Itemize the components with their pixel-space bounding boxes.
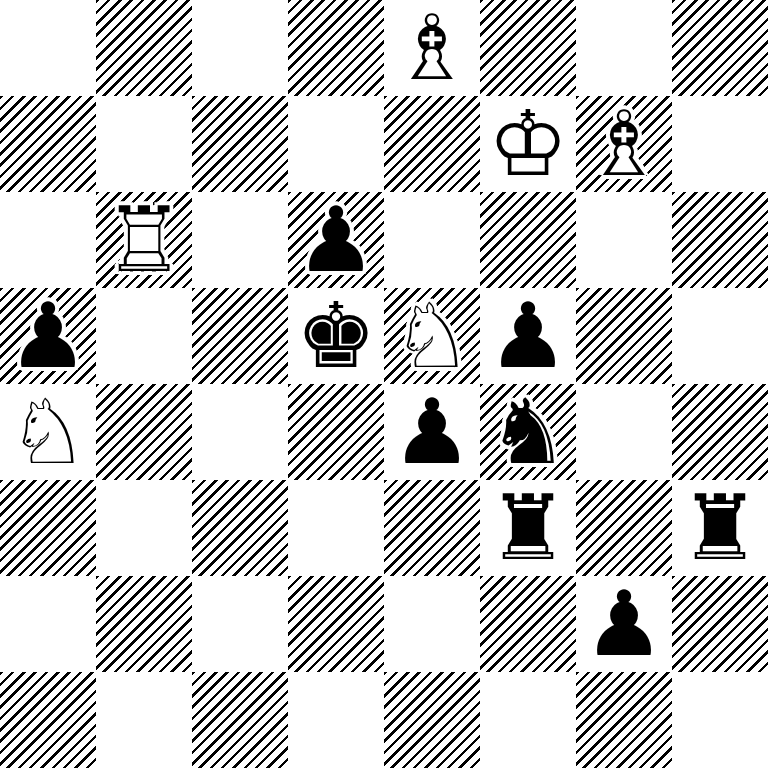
- square-h6[interactable]: [672, 192, 768, 288]
- square-e6[interactable]: [384, 192, 480, 288]
- square-e1[interactable]: [384, 672, 480, 768]
- piece-white-bishop: ♝♗: [384, 0, 480, 96]
- square-g1[interactable]: [576, 672, 672, 768]
- square-c3[interactable]: [192, 480, 288, 576]
- square-f3[interactable]: ♜: [480, 480, 576, 576]
- square-c1[interactable]: [192, 672, 288, 768]
- piece-black-pawn: ♟: [576, 576, 672, 672]
- piece-black-knight: ♞: [480, 384, 576, 480]
- square-b8[interactable]: [96, 0, 192, 96]
- square-d7[interactable]: [288, 96, 384, 192]
- square-f8[interactable]: [480, 0, 576, 96]
- square-b2[interactable]: [96, 576, 192, 672]
- square-h7[interactable]: [672, 96, 768, 192]
- white-knight-outline: ♘: [384, 288, 480, 384]
- piece-black-pawn: ♟: [288, 192, 384, 288]
- white-bishop-outline: ♗: [384, 0, 480, 96]
- square-a7[interactable]: [0, 96, 96, 192]
- square-b7[interactable]: [96, 96, 192, 192]
- square-c6[interactable]: [192, 192, 288, 288]
- square-f6[interactable]: [480, 192, 576, 288]
- black-knight-glyph: ♞: [480, 384, 576, 480]
- square-f1[interactable]: [480, 672, 576, 768]
- piece-white-knight: ♞♘: [384, 288, 480, 384]
- square-e5[interactable]: ♞♘: [384, 288, 480, 384]
- white-knight-outline: ♘: [0, 384, 96, 480]
- square-e8[interactable]: ♝♗: [384, 0, 480, 96]
- square-d2[interactable]: [288, 576, 384, 672]
- square-g6[interactable]: [576, 192, 672, 288]
- square-h2[interactable]: [672, 576, 768, 672]
- piece-black-king: ♚: [288, 288, 384, 384]
- square-f7[interactable]: ♚♔: [480, 96, 576, 192]
- chess-board: ♝♗♚♔♝♗♜♖♟♟♚♞♘♟♞♘♟♞♜♜♟: [0, 0, 768, 768]
- black-pawn-glyph: ♟: [288, 192, 384, 288]
- square-c4[interactable]: [192, 384, 288, 480]
- square-h5[interactable]: [672, 288, 768, 384]
- square-f2[interactable]: [480, 576, 576, 672]
- square-e3[interactable]: [384, 480, 480, 576]
- square-a4[interactable]: ♞♘: [0, 384, 96, 480]
- piece-black-pawn: ♟: [0, 288, 96, 384]
- square-a2[interactable]: [0, 576, 96, 672]
- square-g7[interactable]: ♝♗: [576, 96, 672, 192]
- square-c5[interactable]: [192, 288, 288, 384]
- black-pawn-glyph: ♟: [480, 288, 576, 384]
- square-e2[interactable]: [384, 576, 480, 672]
- square-d6[interactable]: ♟: [288, 192, 384, 288]
- square-g2[interactable]: ♟: [576, 576, 672, 672]
- square-a5[interactable]: ♟: [0, 288, 96, 384]
- square-d3[interactable]: [288, 480, 384, 576]
- square-b5[interactable]: [96, 288, 192, 384]
- piece-black-rook: ♜: [480, 480, 576, 576]
- square-g8[interactable]: [576, 0, 672, 96]
- piece-white-knight: ♞♘: [0, 384, 96, 480]
- square-a6[interactable]: [0, 192, 96, 288]
- piece-white-rook: ♜♖: [96, 192, 192, 288]
- white-bishop-outline: ♗: [576, 96, 672, 192]
- square-d4[interactable]: [288, 384, 384, 480]
- square-f5[interactable]: ♟: [480, 288, 576, 384]
- square-h3[interactable]: ♜: [672, 480, 768, 576]
- square-e7[interactable]: [384, 96, 480, 192]
- square-c8[interactable]: [192, 0, 288, 96]
- square-f4[interactable]: ♞: [480, 384, 576, 480]
- square-a8[interactable]: [0, 0, 96, 96]
- piece-black-rook: ♜: [672, 480, 768, 576]
- square-d1[interactable]: [288, 672, 384, 768]
- square-a1[interactable]: [0, 672, 96, 768]
- square-e4[interactable]: ♟: [384, 384, 480, 480]
- white-rook-outline: ♖: [96, 192, 192, 288]
- square-h4[interactable]: [672, 384, 768, 480]
- square-c2[interactable]: [192, 576, 288, 672]
- black-pawn-glyph: ♟: [384, 384, 480, 480]
- black-pawn-glyph: ♟: [0, 288, 96, 384]
- piece-white-bishop: ♝♗: [576, 96, 672, 192]
- square-b3[interactable]: [96, 480, 192, 576]
- square-h8[interactable]: [672, 0, 768, 96]
- piece-white-king: ♚♔: [480, 96, 576, 192]
- square-b6[interactable]: ♜♖: [96, 192, 192, 288]
- square-g3[interactable]: [576, 480, 672, 576]
- square-d5[interactable]: ♚: [288, 288, 384, 384]
- piece-black-pawn: ♟: [480, 288, 576, 384]
- square-b1[interactable]: [96, 672, 192, 768]
- black-king-glyph: ♚: [288, 288, 384, 384]
- square-a3[interactable]: [0, 480, 96, 576]
- square-d8[interactable]: [288, 0, 384, 96]
- square-g4[interactable]: [576, 384, 672, 480]
- square-h1[interactable]: [672, 672, 768, 768]
- black-pawn-glyph: ♟: [576, 576, 672, 672]
- white-king-outline: ♔: [480, 96, 576, 192]
- square-c7[interactable]: [192, 96, 288, 192]
- square-b4[interactable]: [96, 384, 192, 480]
- piece-black-pawn: ♟: [384, 384, 480, 480]
- black-rook-glyph: ♜: [480, 480, 576, 576]
- black-rook-glyph: ♜: [672, 480, 768, 576]
- square-g5[interactable]: [576, 288, 672, 384]
